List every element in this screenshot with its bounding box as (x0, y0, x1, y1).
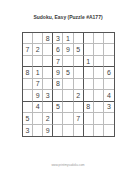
cell-r1c3-given[interactable]: 8 (43, 33, 53, 44)
cell-r7c3-empty[interactable] (43, 102, 53, 113)
cell-r8c2-empty[interactable] (33, 113, 43, 124)
cell-r9c9-empty[interactable] (104, 125, 114, 136)
cell-r1c7-empty[interactable] (84, 33, 94, 44)
cell-r6c2-given[interactable]: 9 (33, 90, 43, 101)
cell-r2c4-given[interactable]: 6 (53, 44, 63, 55)
cell-r9c7-empty[interactable] (84, 125, 94, 136)
cell-r9c6-empty[interactable] (74, 125, 84, 136)
cell-r8c4-empty[interactable] (53, 113, 63, 124)
cell-r5c4-given[interactable]: 8 (53, 79, 63, 90)
cell-r4c2-given[interactable]: 1 (33, 67, 43, 78)
cell-r6c5-empty[interactable] (63, 90, 73, 101)
cell-r7c4-given[interactable]: 5 (53, 102, 63, 113)
cell-r8c8-empty[interactable] (94, 113, 104, 124)
cell-r1c1-empty[interactable] (23, 33, 33, 44)
cell-r6c3-given[interactable]: 3 (43, 90, 53, 101)
cell-r5c2-given[interactable]: 7 (33, 79, 43, 90)
cell-r7c9-given[interactable]: 3 (104, 102, 114, 113)
footer-url: www.printmysudoku.com (0, 163, 136, 167)
cell-r9c4-empty[interactable] (53, 125, 63, 136)
cell-r4c1-given[interactable]: 8 (23, 67, 33, 78)
cell-r4c6-empty[interactable] (74, 67, 84, 78)
cell-r5c1-empty[interactable] (23, 79, 33, 90)
cell-r3c4-given[interactable]: 7 (53, 56, 63, 67)
cell-r8c9-empty[interactable] (104, 113, 114, 124)
cell-r8c7-empty[interactable] (84, 113, 94, 124)
cell-r6c6-given[interactable]: 2 (74, 90, 84, 101)
page-title: Sudoku, Easy (Puzzle #A177) (0, 14, 136, 21)
cell-r9c1-given[interactable]: 3 (23, 125, 33, 136)
cell-r2c5-given[interactable]: 9 (63, 44, 73, 55)
sudoku-page: Sudoku, Easy (Puzzle #A177) 831726957181… (0, 0, 136, 176)
cell-r4c8-empty[interactable] (94, 67, 104, 78)
cell-r2c3-empty[interactable] (43, 44, 53, 55)
cell-r3c2-empty[interactable] (33, 56, 43, 67)
cell-r5c7-empty[interactable] (84, 79, 94, 90)
cell-r7c1-empty[interactable] (23, 102, 33, 113)
cell-r6c8-empty[interactable] (94, 90, 104, 101)
cell-r2c8-empty[interactable] (94, 44, 104, 55)
cell-r3c1-empty[interactable] (23, 56, 33, 67)
cell-r3c8-empty[interactable] (94, 56, 104, 67)
cell-r1c6-empty[interactable] (74, 33, 84, 44)
cell-r2c1-given[interactable]: 7 (23, 44, 33, 55)
cell-r7c8-empty[interactable] (94, 102, 104, 113)
cell-r8c3-given[interactable]: 2 (43, 113, 53, 124)
cell-r1c9-empty[interactable] (104, 33, 114, 44)
cell-r3c9-empty[interactable] (104, 56, 114, 67)
cell-r1c4-given[interactable]: 3 (53, 33, 63, 44)
cell-r9c2-empty[interactable] (33, 125, 43, 136)
cell-r3c5-empty[interactable] (63, 56, 73, 67)
cell-r8c6-given[interactable]: 7 (74, 113, 84, 124)
cell-r1c8-empty[interactable] (94, 33, 104, 44)
cell-r7c6-empty[interactable] (74, 102, 84, 113)
cell-r8c1-given[interactable]: 5 (23, 113, 33, 124)
cell-r5c8-empty[interactable] (94, 79, 104, 90)
cell-r6c7-empty[interactable] (84, 90, 94, 101)
cell-r2c6-given[interactable]: 5 (74, 44, 84, 55)
cell-r5c3-empty[interactable] (43, 79, 53, 90)
cell-r3c6-empty[interactable] (74, 56, 84, 67)
cell-r4c4-given[interactable]: 9 (53, 67, 63, 78)
cell-r9c3-given[interactable]: 9 (43, 125, 53, 136)
cell-r1c2-empty[interactable] (33, 33, 43, 44)
sudoku-board: 831726957181956789324458352739 (22, 32, 115, 137)
cell-r3c7-given[interactable]: 1 (84, 56, 94, 67)
cell-r2c7-empty[interactable] (84, 44, 94, 55)
cell-r5c9-empty[interactable] (104, 79, 114, 90)
cell-r5c5-empty[interactable] (63, 79, 73, 90)
cell-r5c6-empty[interactable] (74, 79, 84, 90)
cell-r3c3-empty[interactable] (43, 56, 53, 67)
cell-r2c2-given[interactable]: 2 (33, 44, 43, 55)
cell-r6c1-empty[interactable] (23, 90, 33, 101)
cell-r4c3-empty[interactable] (43, 67, 53, 78)
cell-r2c9-empty[interactable] (104, 44, 114, 55)
cell-r6c9-given[interactable]: 4 (104, 90, 114, 101)
cell-r8c5-empty[interactable] (63, 113, 73, 124)
cell-r1c5-given[interactable]: 1 (63, 33, 73, 44)
cell-r9c5-empty[interactable] (63, 125, 73, 136)
cell-r4c5-given[interactable]: 5 (63, 67, 73, 78)
cell-r6c4-empty[interactable] (53, 90, 63, 101)
cell-r7c7-given[interactable]: 8 (84, 102, 94, 113)
cell-r9c8-empty[interactable] (94, 125, 104, 136)
cell-r7c2-given[interactable]: 4 (33, 102, 43, 113)
cell-r7c5-empty[interactable] (63, 102, 73, 113)
cell-r4c9-given[interactable]: 6 (104, 67, 114, 78)
cell-r4c7-empty[interactable] (84, 67, 94, 78)
